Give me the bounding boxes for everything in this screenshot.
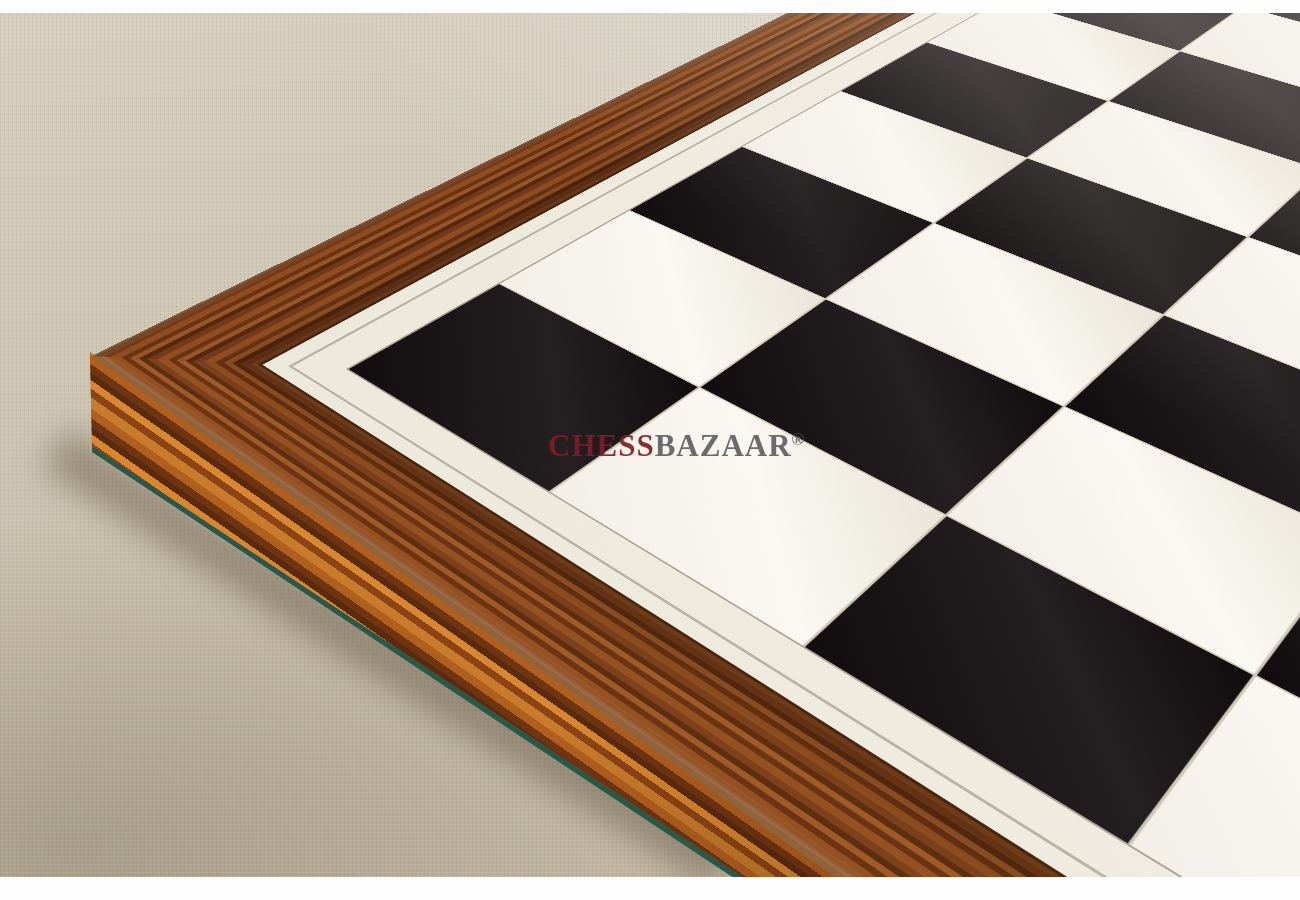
registered-trademark-icon: ® [792,430,805,449]
chessbazaar-watermark: CHESSBAZAAR® [548,428,804,464]
letterbox-strip-top [0,0,1300,13]
watermark-text-bazaar: BAZAAR [655,428,792,463]
letterbox-strip-bottom [0,877,1300,900]
watermark-text-chess: CHESS [548,428,655,463]
product-photo-scene: CHESSBAZAAR® [0,0,1300,900]
